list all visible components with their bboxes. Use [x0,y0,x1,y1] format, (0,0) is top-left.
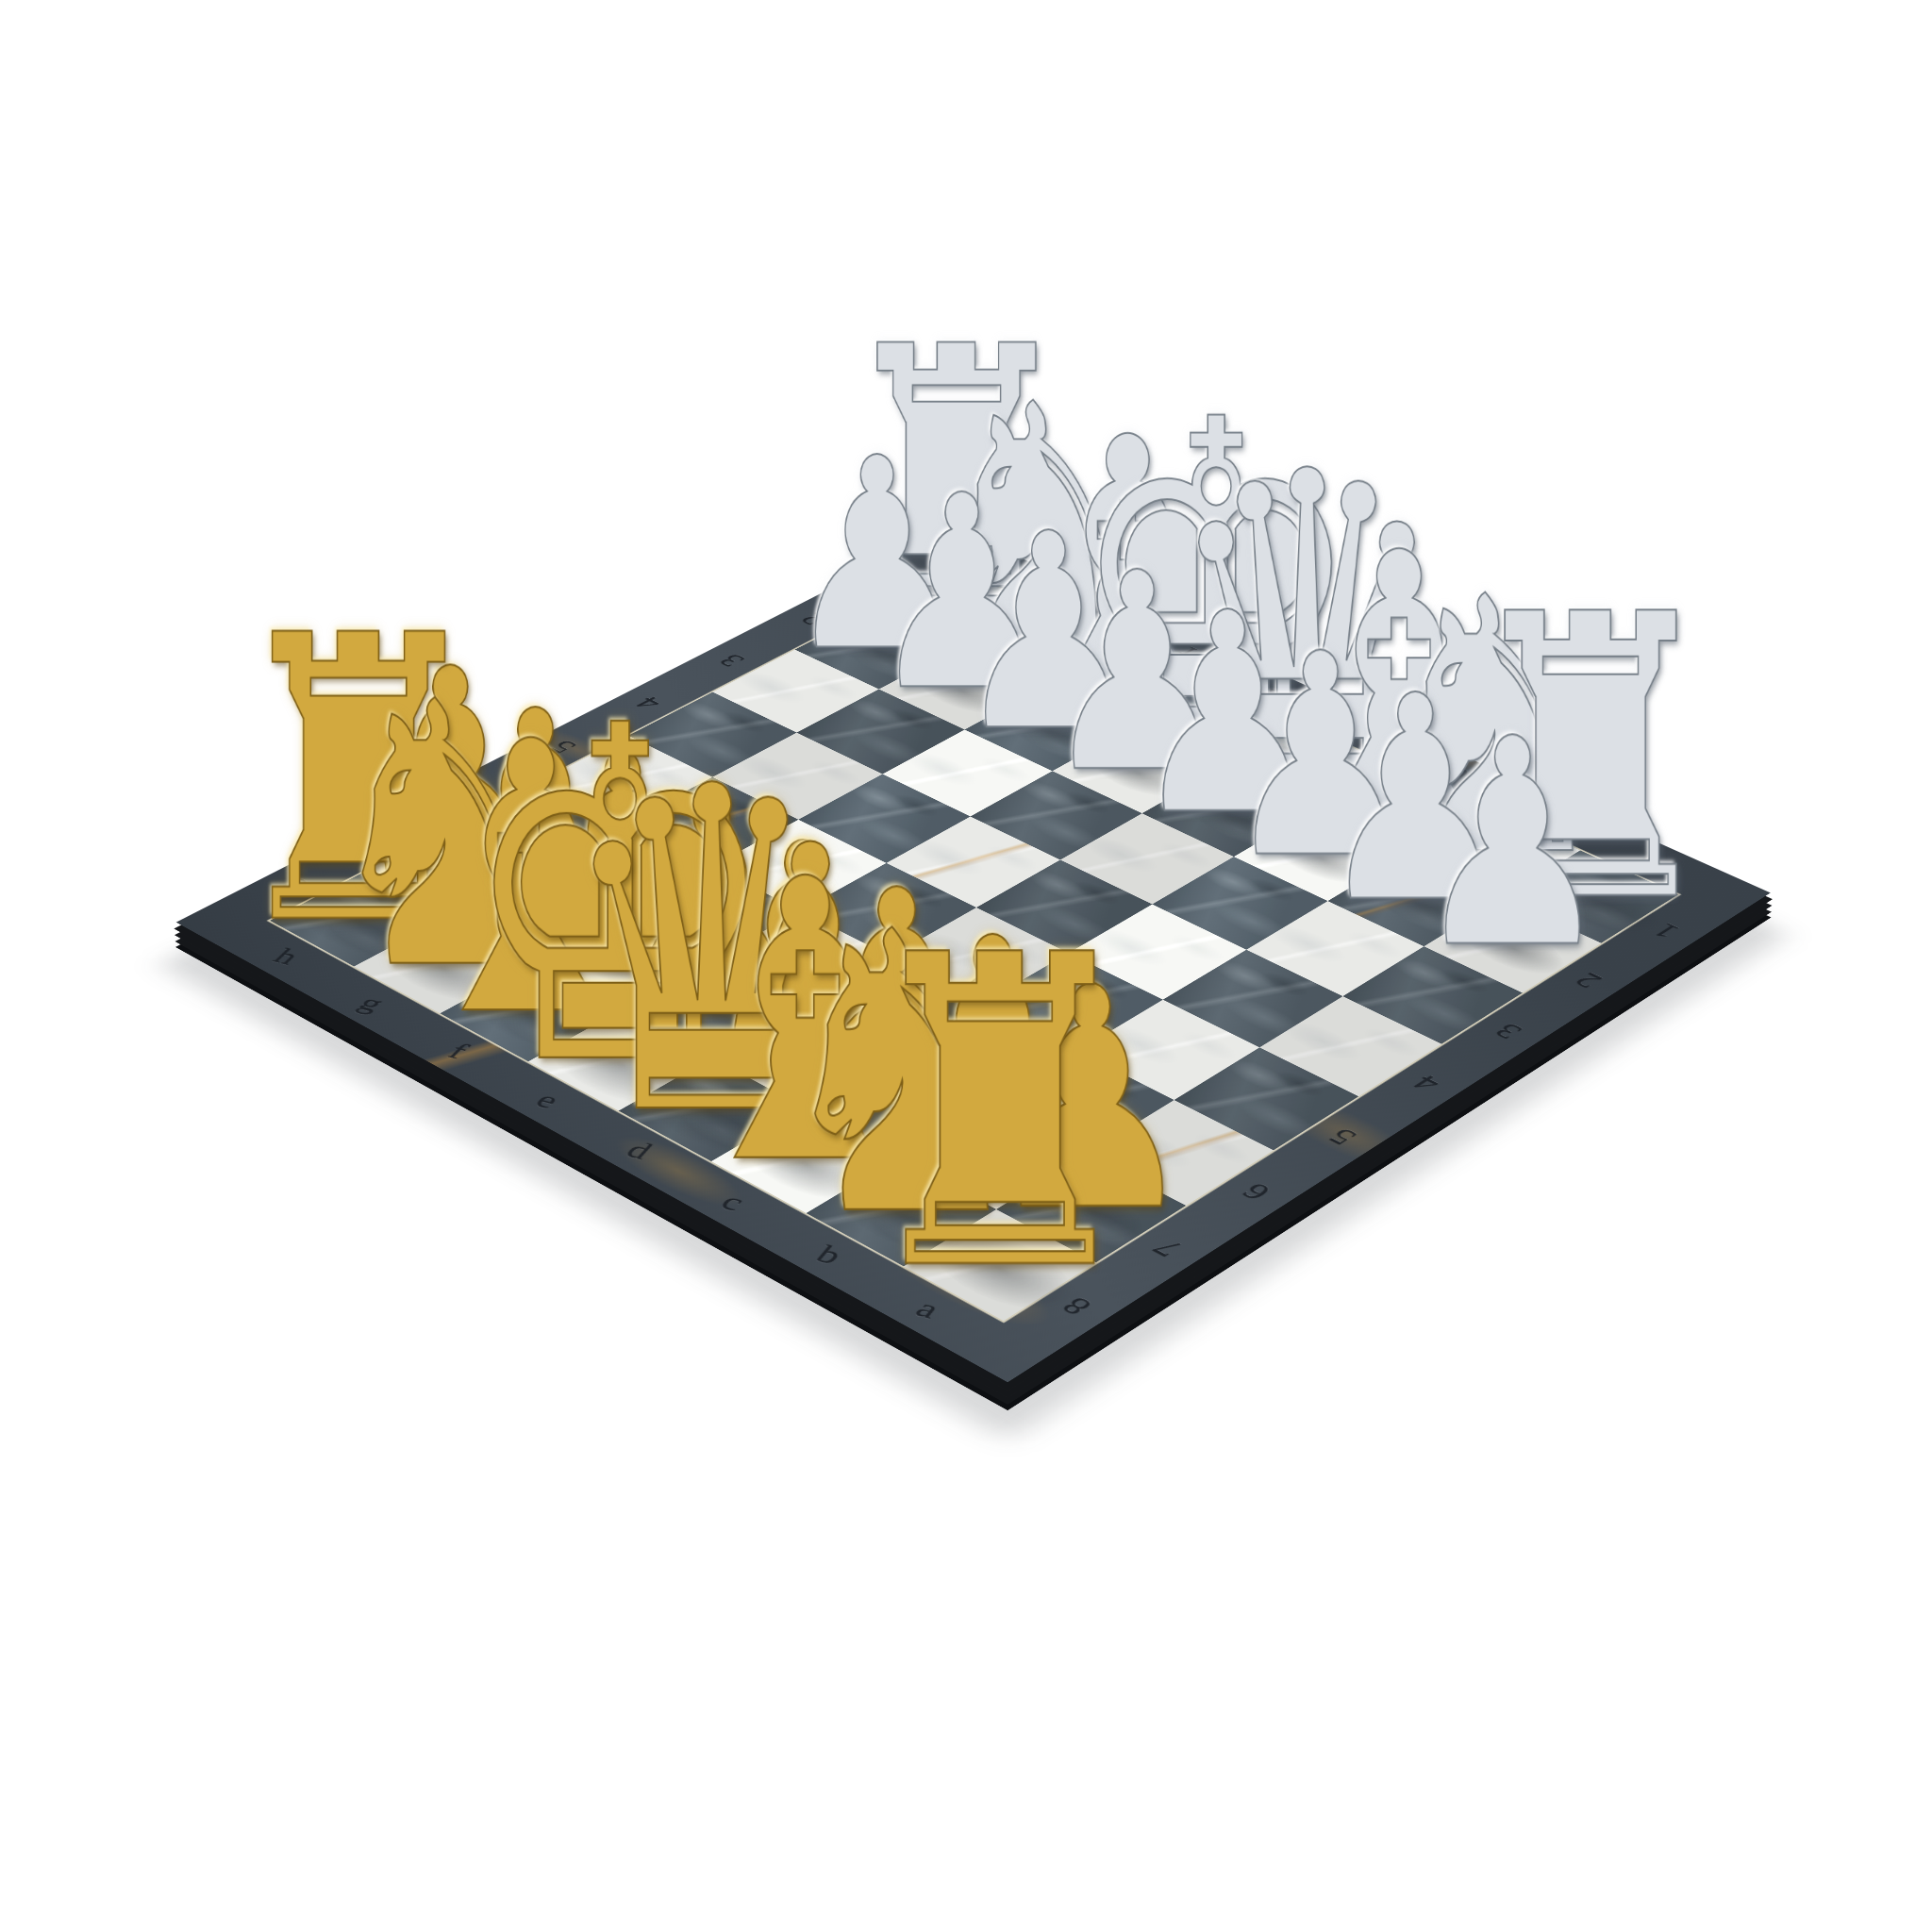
rank-left-label-1: 1 [873,568,913,588]
scene: hgfedcba hgfedcba 12345678 12345678 ♜♞♝♛… [0,0,1932,1932]
file-far-label-g: g [1080,604,1121,625]
file-far-label-f: f [1169,643,1205,662]
file-far-label-h: h [996,566,1037,586]
rank-left-label-2: 2 [793,608,835,629]
chess-board: hgfedcba hgfedcba 12345678 12345678 ♜♞♝♛… [176,527,1771,1383]
file-far-label-e: e [1256,682,1295,703]
